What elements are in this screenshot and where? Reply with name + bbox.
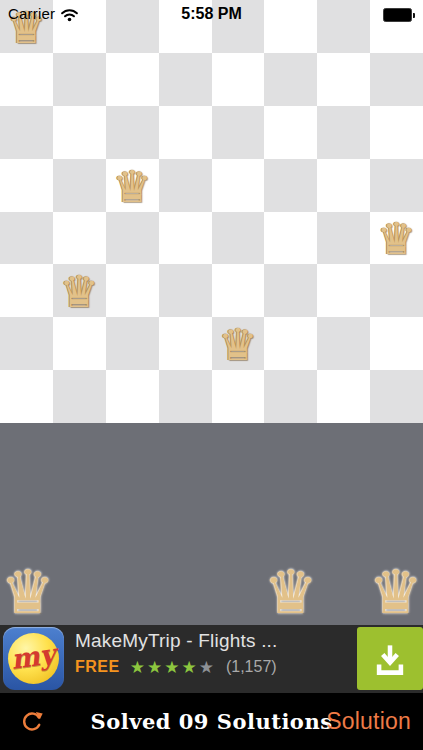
queen-piece[interactable]: ♛ [60, 268, 99, 316]
queen-piece[interactable]: ♛ [112, 163, 151, 211]
square-g6[interactable] [317, 106, 370, 159]
square-a3[interactable] [0, 264, 53, 317]
square-d5[interactable] [159, 159, 212, 212]
ad-meta-row: FREE ★★★★★ (1,157) [75, 658, 350, 676]
square-g2[interactable] [317, 317, 370, 370]
square-f7[interactable] [264, 53, 317, 106]
square-b4[interactable] [53, 212, 106, 265]
square-d2[interactable] [159, 317, 212, 370]
square-c7[interactable] [106, 53, 159, 106]
square-h3[interactable] [370, 264, 423, 317]
square-e6[interactable] [212, 106, 265, 159]
square-e7[interactable] [212, 53, 265, 106]
square-h4[interactable]: ♛ [370, 212, 423, 265]
square-a1[interactable] [0, 370, 53, 423]
logo-text: my [9, 638, 57, 675]
square-g7[interactable] [317, 53, 370, 106]
square-d6[interactable] [159, 106, 212, 159]
square-h7[interactable] [370, 53, 423, 106]
square-g4[interactable] [317, 212, 370, 265]
square-h6[interactable] [370, 106, 423, 159]
ad-text-block[interactable]: MakeMyTrip - Flights ... FREE ★★★★★ (1,1… [75, 630, 350, 676]
battery-icon [383, 8, 415, 22]
square-f2[interactable] [264, 317, 317, 370]
download-button[interactable] [357, 627, 423, 690]
square-f6[interactable] [264, 106, 317, 159]
square-f4[interactable] [264, 212, 317, 265]
status-bar: Carrier 5:58 PM [0, 0, 423, 27]
square-e1[interactable] [212, 370, 265, 423]
square-c6[interactable] [106, 106, 159, 159]
square-e2[interactable]: ♛ [212, 317, 265, 370]
square-d1[interactable] [159, 370, 212, 423]
square-h2[interactable] [370, 317, 423, 370]
square-a6[interactable] [0, 106, 53, 159]
star-filled-icon: ★ [164, 658, 181, 677]
square-a7[interactable] [0, 53, 53, 106]
square-b2[interactable] [53, 317, 106, 370]
tray-queen-3[interactable]: ♛ [369, 561, 423, 623]
square-g3[interactable] [317, 264, 370, 317]
star-rating: ★★★★★ [130, 659, 216, 676]
ad-price: FREE [75, 658, 120, 676]
battery-tip [413, 13, 415, 18]
ad-title: MakeMyTrip - Flights ... [75, 630, 350, 652]
square-c1[interactable] [106, 370, 159, 423]
star-filled-icon: ★ [147, 658, 164, 677]
square-d7[interactable] [159, 53, 212, 106]
square-b7[interactable] [53, 53, 106, 106]
solution-button[interactable]: Solution [326, 708, 411, 735]
square-d3[interactable] [159, 264, 212, 317]
square-e3[interactable] [212, 264, 265, 317]
square-h1[interactable] [370, 370, 423, 423]
chess-board: ♛♛♛♛♛ [0, 0, 423, 423]
tray-queen-2[interactable]: ♛ [264, 561, 318, 623]
square-a5[interactable] [0, 159, 53, 212]
square-d4[interactable] [159, 212, 212, 265]
clock: 5:58 PM [0, 0, 423, 27]
square-h5[interactable] [370, 159, 423, 212]
square-f5[interactable] [264, 159, 317, 212]
logo-circle: my [8, 633, 59, 684]
ad-banner[interactable]: my MakeMyTrip - Flights ... FREE ★★★★★ (… [0, 625, 423, 693]
square-c2[interactable] [106, 317, 159, 370]
square-a4[interactable] [0, 212, 53, 265]
square-b6[interactable] [53, 106, 106, 159]
square-b1[interactable] [53, 370, 106, 423]
square-a2[interactable] [0, 317, 53, 370]
square-g1[interactable] [317, 370, 370, 423]
tray-queen-1[interactable]: ♛ [1, 561, 55, 623]
square-g5[interactable] [317, 159, 370, 212]
star-empty-icon: ★ [199, 658, 216, 677]
rating-count: (1,157) [226, 658, 277, 676]
square-c3[interactable] [106, 264, 159, 317]
app-screen: ♛♛♛♛♛ Carrier 5:58 PM my MakeMyTrip - Fl… [0, 0, 423, 750]
download-icon [370, 639, 410, 679]
square-f1[interactable] [264, 370, 317, 423]
makemytrip-logo[interactable]: my [3, 627, 64, 690]
square-f3[interactable] [264, 264, 317, 317]
square-b5[interactable] [53, 159, 106, 212]
queen-piece[interactable]: ♛ [377, 215, 416, 263]
star-filled-icon: ★ [130, 658, 147, 677]
square-e5[interactable] [212, 159, 265, 212]
star-filled-icon: ★ [181, 658, 198, 677]
battery-body [383, 8, 412, 22]
square-c5[interactable]: ♛ [106, 159, 159, 212]
queen-piece[interactable]: ♛ [218, 321, 257, 369]
bottom-toolbar: Solved 09 Solutions Solution [0, 693, 423, 750]
square-b3[interactable]: ♛ [53, 264, 106, 317]
square-e4[interactable] [212, 212, 265, 265]
square-c4[interactable] [106, 212, 159, 265]
